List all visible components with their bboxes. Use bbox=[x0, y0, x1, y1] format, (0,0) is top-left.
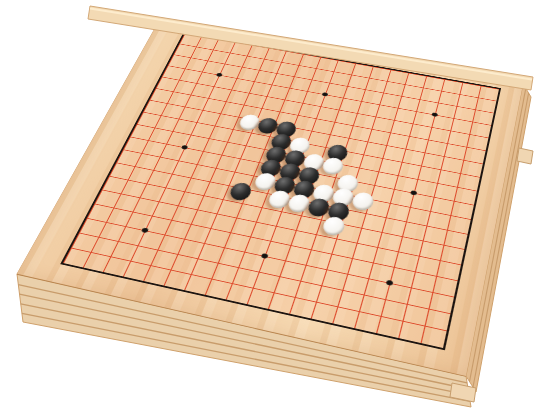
box-rim-layer bbox=[0, 0, 550, 413]
go-board-photo: ○●●●○●●●○○●●●○○●●○○○●○○●●○ bbox=[0, 0, 550, 413]
rim-highlight bbox=[90, 9, 532, 80]
